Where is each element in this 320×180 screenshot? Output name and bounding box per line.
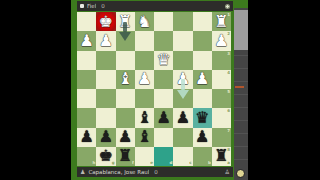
rank-coordinate: 1	[227, 13, 230, 17]
move-row-divider	[234, 55, 248, 56]
white-pawn[interactable]: ♟	[96, 31, 115, 50]
square-d3[interactable]: ♛	[154, 51, 173, 70]
move-row-divider	[234, 107, 248, 108]
square-h8[interactable]: h	[77, 147, 96, 166]
square-a4[interactable]: 4	[212, 70, 231, 89]
black-pawn[interactable]: ♟	[193, 128, 212, 147]
white-pawn[interactable]: ♟	[135, 70, 154, 89]
square-b7[interactable]: ♟	[193, 128, 212, 147]
rank-coordinate: 3	[227, 52, 230, 56]
square-b3[interactable]	[193, 51, 212, 70]
top-player-name: Fiel	[87, 1, 96, 11]
file-coordinate: c	[189, 161, 191, 165]
square-b6[interactable]: ♛	[193, 108, 212, 127]
square-a6[interactable]: 6	[212, 108, 231, 127]
square-a3[interactable]: 3	[212, 51, 231, 70]
square-f6[interactable]	[116, 108, 135, 127]
square-e3[interactable]	[135, 51, 154, 70]
square-d5[interactable]	[154, 89, 173, 108]
black-color-icon: ♟	[80, 167, 85, 177]
square-h5[interactable]	[77, 89, 96, 108]
square-f7[interactable]: ♟	[116, 128, 135, 147]
white-color-icon	[80, 4, 84, 8]
move-arrow-stem	[123, 22, 127, 32]
move-list-panel[interactable]	[234, 8, 248, 180]
bottom-player-name: Capablanca, Jose Raul	[88, 167, 149, 177]
square-b8[interactable]: b	[193, 147, 212, 166]
square-h6[interactable]	[77, 108, 96, 127]
move-row-divider	[234, 159, 248, 160]
file-coordinate: h	[92, 161, 95, 165]
black-pawn[interactable]: ♟	[96, 128, 115, 147]
square-b2[interactable]	[193, 31, 212, 50]
move-row-divider	[234, 120, 248, 121]
square-a2[interactable]: ♟2	[212, 31, 231, 50]
white-pawn[interactable]: ♟	[77, 31, 96, 50]
square-g2[interactable]: ♟	[96, 31, 115, 50]
black-bishop[interactable]: ♝	[135, 128, 154, 147]
file-coordinate: d	[169, 161, 172, 165]
square-g4[interactable]	[96, 70, 115, 89]
square-h4[interactable]	[77, 70, 96, 89]
move-row-divider	[234, 146, 248, 147]
file-coordinate: a	[227, 161, 230, 165]
rank-coordinate: 5	[227, 90, 230, 94]
square-f5[interactable]	[116, 89, 135, 108]
move-row-divider	[234, 81, 248, 82]
square-g3[interactable]	[96, 51, 115, 70]
square-c6[interactable]: ♟	[173, 108, 192, 127]
chess-app-frame: Fiel 0 ♞ ♚♜♞♜1♟♟♟2♛3♝♟♟♟45♝♟♟♛6♟♟♟♝♟7h♚g…	[71, 0, 248, 180]
square-g7[interactable]: ♟	[96, 128, 115, 147]
square-b1[interactable]	[193, 12, 212, 31]
file-coordinate: f	[132, 161, 134, 165]
square-g5[interactable]	[96, 89, 115, 108]
bottom-player-bar: ♟ Capablanca, Jose Raul 0 ♙	[77, 167, 233, 177]
move-arrow-head	[119, 32, 131, 41]
white-king[interactable]: ♚	[96, 12, 115, 31]
square-g8[interactable]: ♚g	[96, 147, 115, 166]
square-h3[interactable]	[77, 51, 96, 70]
square-h7[interactable]: ♟	[77, 128, 96, 147]
square-a8[interactable]: ♜8a	[212, 147, 231, 166]
top-player-score: 0	[101, 1, 105, 11]
square-d1[interactable]	[154, 12, 173, 31]
rank-coordinate: 6	[227, 109, 230, 113]
square-e4[interactable]: ♟	[135, 70, 154, 89]
chess-board[interactable]: ♞ ♚♜♞♜1♟♟♟2♛3♝♟♟♟45♝♟♟♛6♟♟♟♝♟7h♚g♜fedcb♜…	[77, 12, 231, 166]
square-f3[interactable]	[116, 51, 135, 70]
square-a7[interactable]: 7	[212, 128, 231, 147]
square-b5[interactable]	[193, 89, 212, 108]
square-f4[interactable]: ♝	[116, 70, 135, 89]
square-e1[interactable]: ♞	[135, 12, 154, 31]
black-pawn[interactable]: ♟	[116, 128, 135, 147]
settings-gear-icon[interactable]	[225, 4, 230, 9]
scrollbar-thumb[interactable]	[234, 10, 248, 50]
black-pawn[interactable]: ♟	[77, 128, 96, 147]
piece-badge-icon: ♙	[225, 167, 230, 177]
square-b4[interactable]: ♟	[193, 70, 212, 89]
white-pawn[interactable]: ♟	[193, 70, 212, 89]
square-e2[interactable]	[135, 31, 154, 50]
square-a5[interactable]: 5	[212, 89, 231, 108]
top-player-bar: Fiel 0	[77, 1, 233, 11]
square-e7[interactable]: ♝	[135, 128, 154, 147]
black-bishop[interactable]: ♝	[135, 108, 154, 127]
move-row-divider	[234, 133, 248, 134]
square-e5[interactable]	[135, 89, 154, 108]
screenshot-stage: Fiel 0 ♞ ♚♜♞♜1♟♟♟2♛3♝♟♟♟45♝♟♟♛6♟♟♟♝♟7h♚g…	[0, 0, 320, 180]
rank-coordinate: 2	[227, 32, 230, 36]
square-e6[interactable]: ♝	[135, 108, 154, 127]
move-highlight-tick	[235, 86, 244, 88]
white-bishop[interactable]: ♝	[116, 70, 135, 89]
white-knight[interactable]: ♞	[135, 12, 154, 31]
file-coordinate: e	[150, 161, 153, 165]
square-d2[interactable]	[154, 31, 173, 50]
rank-coordinate: 4	[227, 71, 230, 75]
square-h1[interactable]	[77, 12, 96, 31]
black-pawn[interactable]: ♟	[173, 108, 192, 127]
square-c1[interactable]	[173, 12, 192, 31]
square-a1[interactable]: ♜1	[212, 12, 231, 31]
file-coordinate: b	[208, 161, 211, 165]
square-g6[interactable]	[96, 108, 115, 127]
black-pawn[interactable]: ♟	[154, 108, 173, 127]
square-c8[interactable]: c	[173, 147, 192, 166]
move-arrow-head	[177, 90, 189, 99]
square-d4[interactable]	[154, 70, 173, 89]
square-d8[interactable]: d	[154, 147, 173, 166]
square-e8[interactable]: e	[135, 147, 154, 166]
square-c2[interactable]	[173, 31, 192, 50]
file-coordinate: g	[112, 161, 115, 165]
white-queen[interactable]: ♛	[154, 51, 173, 70]
avatar-emoji-icon[interactable]	[236, 169, 245, 178]
black-queen[interactable]: ♛	[193, 108, 212, 127]
move-row-divider	[234, 68, 248, 69]
square-d6[interactable]: ♟	[154, 108, 173, 127]
square-f8[interactable]: ♜f	[116, 147, 135, 166]
rank-coordinate: 8	[227, 148, 230, 152]
square-g1[interactable]: ♚	[96, 12, 115, 31]
rank-coordinate: 7	[227, 129, 230, 133]
square-c7[interactable]	[173, 128, 192, 147]
square-h2[interactable]: ♟	[77, 31, 96, 50]
move-arrow-stem	[181, 79, 185, 89]
square-d7[interactable]	[154, 128, 173, 147]
move-row-divider	[234, 94, 248, 95]
bottom-player-score: 0	[154, 167, 158, 177]
square-c3[interactable]	[173, 51, 192, 70]
